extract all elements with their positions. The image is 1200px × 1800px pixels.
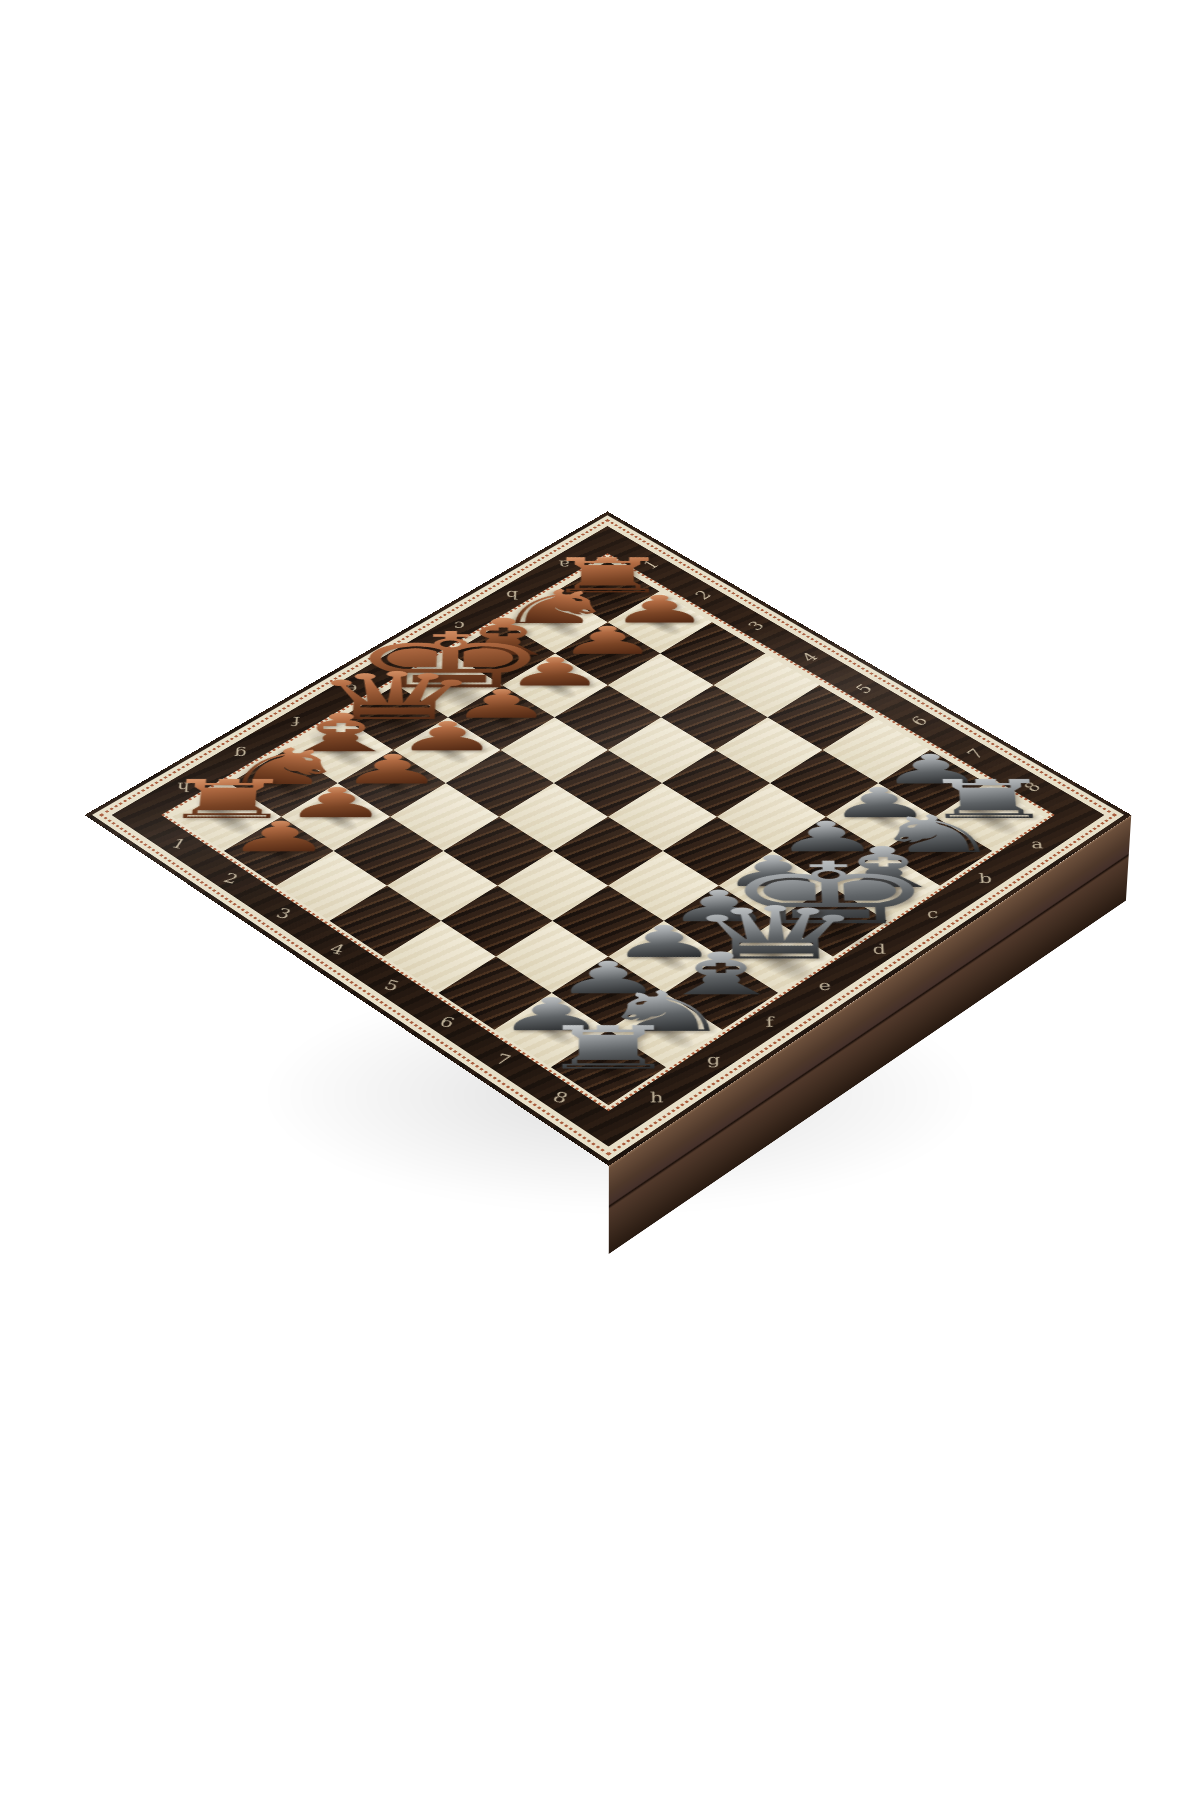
stage: 11aa22bb33cc44dd55ee66ff77gg88hh ♜♞♟♝♟♚♟… <box>0 0 1200 1800</box>
product-photo-scene: 11aa22bb33cc44dd55ee66ff77gg88hh ♜♞♟♝♟♚♟… <box>0 0 1200 1800</box>
chess-box-board: 11aa22bb33cc44dd55ee66ff77gg88hh ♜♞♟♝♟♚♟… <box>85 511 1132 1165</box>
